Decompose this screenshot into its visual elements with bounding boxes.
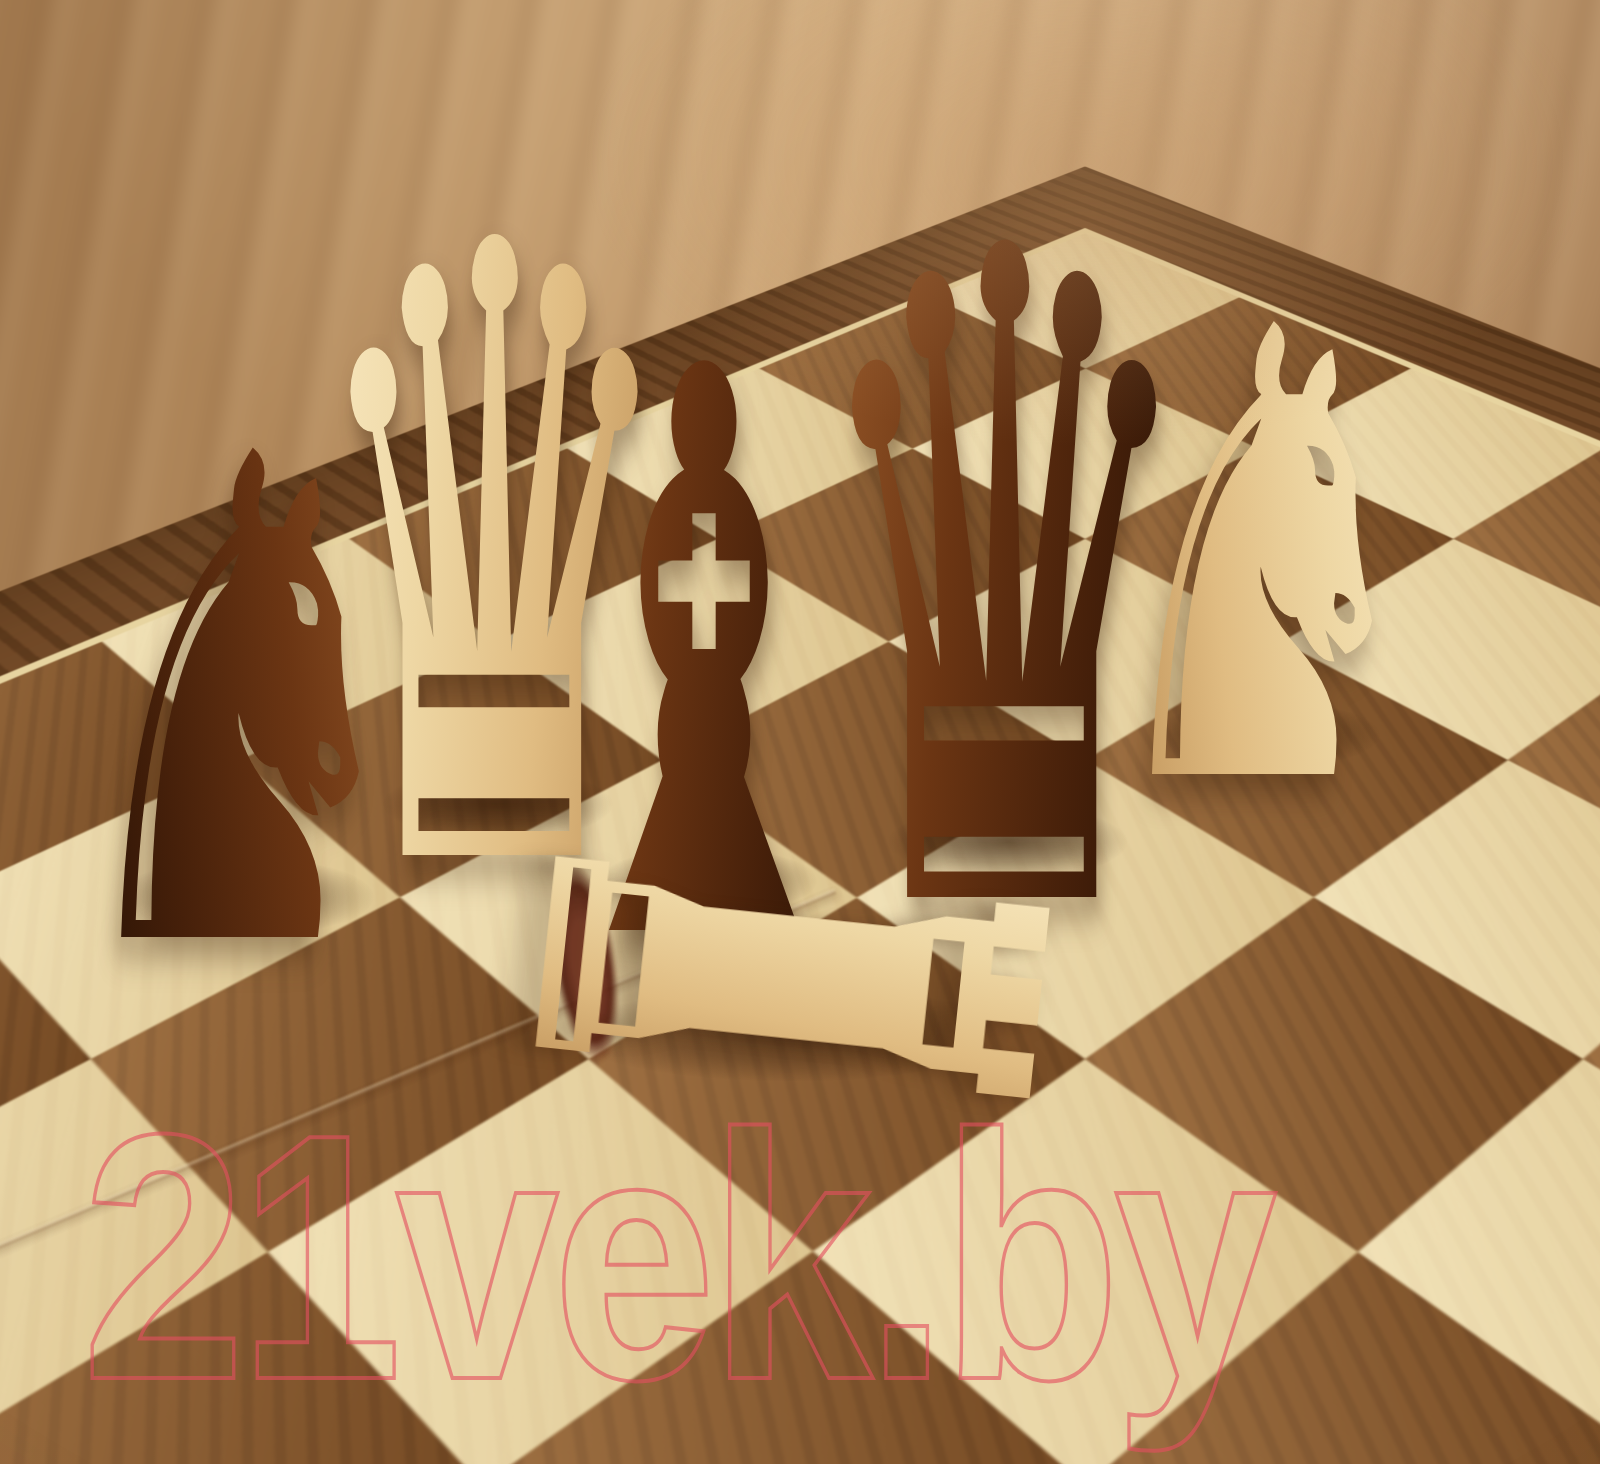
piece-white-rook-fallen: ♜ (410, 637, 1150, 1314)
piece-glyph-rook: ♜ (426, 789, 1134, 1163)
product-photo: ♞♛♝♛♞♜ 21vek.by (0, 0, 1600, 1464)
pieces-layer: ♞♛♝♛♞♜ (0, 0, 1600, 1464)
